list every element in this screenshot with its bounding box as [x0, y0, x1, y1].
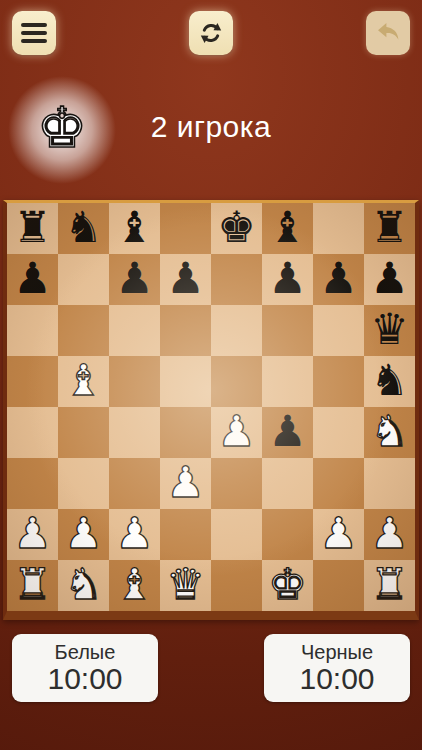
square-h4[interactable]: ♞	[364, 407, 415, 458]
piece-white-knight[interactable]: ♞	[58, 560, 109, 611]
white-timer-value: 10:00	[47, 663, 122, 695]
piece-white-pawn[interactable]: ♟	[211, 407, 262, 458]
square-c8[interactable]: ♝	[109, 203, 160, 254]
square-a1[interactable]: ♜	[7, 560, 58, 611]
square-c4[interactable]	[109, 407, 160, 458]
black-timer-value: 10:00	[299, 663, 374, 695]
hamburger-icon	[21, 23, 47, 43]
square-g5[interactable]	[313, 356, 364, 407]
square-f5[interactable]	[262, 356, 313, 407]
square-e2[interactable]	[211, 509, 262, 560]
square-g4[interactable]	[313, 407, 364, 458]
black-timer-card[interactable]: Черные 10:00	[264, 634, 410, 702]
square-g3[interactable]	[313, 458, 364, 509]
square-f8[interactable]: ♝	[262, 203, 313, 254]
piece-black-pawn[interactable]: ♟	[313, 254, 364, 305]
square-c7[interactable]: ♟	[109, 254, 160, 305]
square-a6[interactable]	[7, 305, 58, 356]
square-d1[interactable]: ♛	[160, 560, 211, 611]
square-h7[interactable]: ♟	[364, 254, 415, 305]
square-h1[interactable]: ♜	[364, 560, 415, 611]
piece-white-pawn[interactable]: ♟	[160, 458, 211, 509]
square-d4[interactable]	[160, 407, 211, 458]
square-f1[interactable]: ♚	[262, 560, 313, 611]
square-c6[interactable]	[109, 305, 160, 356]
square-g2[interactable]: ♟	[313, 509, 364, 560]
square-b3[interactable]	[58, 458, 109, 509]
square-a3[interactable]	[7, 458, 58, 509]
square-b7[interactable]	[58, 254, 109, 305]
toolbar	[0, 11, 422, 55]
square-h2[interactable]: ♟	[364, 509, 415, 560]
square-a5[interactable]	[7, 356, 58, 407]
square-d6[interactable]	[160, 305, 211, 356]
square-a2[interactable]: ♟	[7, 509, 58, 560]
square-b6[interactable]	[58, 305, 109, 356]
piece-white-pawn[interactable]: ♟	[7, 509, 58, 560]
refresh-icon	[198, 20, 224, 46]
piece-black-knight[interactable]: ♞	[58, 203, 109, 254]
square-e5[interactable]	[211, 356, 262, 407]
undo-arrow-icon	[375, 20, 401, 46]
piece-black-pawn[interactable]: ♟	[364, 254, 415, 305]
piece-black-knight[interactable]: ♞	[364, 356, 415, 407]
piece-white-knight[interactable]: ♞	[364, 407, 415, 458]
game-mode-title: 2 игрока	[0, 110, 422, 144]
piece-black-pawn[interactable]: ♟	[109, 254, 160, 305]
square-a4[interactable]	[7, 407, 58, 458]
square-c1[interactable]: ♝	[109, 560, 160, 611]
white-timer-label: Белые	[55, 641, 116, 663]
square-g1[interactable]	[313, 560, 364, 611]
white-timer-card[interactable]: Белые 10:00	[12, 634, 158, 702]
undo-button[interactable]	[366, 11, 410, 55]
square-b1[interactable]: ♞	[58, 560, 109, 611]
piece-black-rook[interactable]: ♜	[7, 203, 58, 254]
piece-white-queen[interactable]: ♛	[160, 560, 211, 611]
piece-white-bishop[interactable]: ♝	[109, 560, 160, 611]
square-h3[interactable]	[364, 458, 415, 509]
app-screen: ♚ 2 игрока ♜♞♝♚♝♜♟♟♟♟♟♟♛♝♞♟♟♞♟♟♟♟♟♟♜♞♝♛♚…	[0, 0, 422, 750]
square-e4[interactable]: ♟	[211, 407, 262, 458]
square-f6[interactable]	[262, 305, 313, 356]
piece-black-pawn[interactable]: ♟	[262, 407, 313, 458]
piece-white-pawn[interactable]: ♟	[109, 509, 160, 560]
square-e6[interactable]	[211, 305, 262, 356]
square-g7[interactable]: ♟	[313, 254, 364, 305]
piece-black-rook[interactable]: ♜	[364, 203, 415, 254]
square-b4[interactable]	[58, 407, 109, 458]
square-c2[interactable]: ♟	[109, 509, 160, 560]
square-d5[interactable]	[160, 356, 211, 407]
piece-white-king[interactable]: ♚	[262, 560, 313, 611]
square-f4[interactable]: ♟	[262, 407, 313, 458]
piece-white-rook[interactable]: ♜	[364, 560, 415, 611]
piece-black-queen[interactable]: ♛	[364, 305, 415, 356]
square-d7[interactable]: ♟	[160, 254, 211, 305]
square-h6[interactable]: ♛	[364, 305, 415, 356]
square-e7[interactable]	[211, 254, 262, 305]
square-g6[interactable]	[313, 305, 364, 356]
square-e1[interactable]	[211, 560, 262, 611]
piece-black-pawn[interactable]: ♟	[262, 254, 313, 305]
square-d8[interactable]	[160, 203, 211, 254]
piece-black-king[interactable]: ♚	[211, 203, 262, 254]
square-b5[interactable]: ♝	[58, 356, 109, 407]
square-d3[interactable]: ♟	[160, 458, 211, 509]
square-f7[interactable]: ♟	[262, 254, 313, 305]
square-e3[interactable]	[211, 458, 262, 509]
restart-button[interactable]	[189, 11, 233, 55]
square-d2[interactable]	[160, 509, 211, 560]
piece-white-bishop[interactable]: ♝	[58, 356, 109, 407]
piece-black-bishop[interactable]: ♝	[109, 203, 160, 254]
piece-white-pawn[interactable]: ♟	[364, 509, 415, 560]
chess-board: ♜♞♝♚♝♜♟♟♟♟♟♟♛♝♞♟♟♞♟♟♟♟♟♟♜♞♝♛♚♜	[7, 203, 415, 611]
square-a7[interactable]: ♟	[7, 254, 58, 305]
black-timer-label: Черные	[301, 641, 373, 663]
piece-black-pawn[interactable]: ♟	[7, 254, 58, 305]
square-c5[interactable]	[109, 356, 160, 407]
piece-white-rook[interactable]: ♜	[7, 560, 58, 611]
piece-black-pawn[interactable]: ♟	[160, 254, 211, 305]
square-b2[interactable]: ♟	[58, 509, 109, 560]
piece-white-pawn[interactable]: ♟	[58, 509, 109, 560]
square-g8[interactable]	[313, 203, 364, 254]
square-a8[interactable]: ♜	[7, 203, 58, 254]
square-f2[interactable]	[262, 509, 313, 560]
piece-white-pawn[interactable]: ♟	[313, 509, 364, 560]
square-c3[interactable]	[109, 458, 160, 509]
square-b8[interactable]: ♞	[58, 203, 109, 254]
square-f3[interactable]	[262, 458, 313, 509]
timers-row: Белые 10:00 Черные 10:00	[0, 634, 422, 702]
piece-black-bishop[interactable]: ♝	[262, 203, 313, 254]
menu-button[interactable]	[12, 11, 56, 55]
square-e8[interactable]: ♚	[211, 203, 262, 254]
square-h8[interactable]: ♜	[364, 203, 415, 254]
square-h5[interactable]: ♞	[364, 356, 415, 407]
chess-board-frame: ♜♞♝♚♝♜♟♟♟♟♟♟♛♝♞♟♟♞♟♟♟♟♟♟♜♞♝♛♚♜	[3, 200, 419, 620]
